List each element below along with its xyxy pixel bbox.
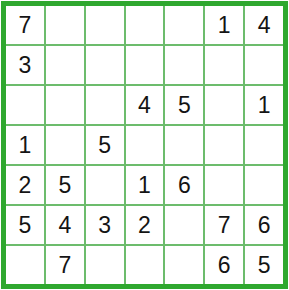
cell-r4c2[interactable] (46, 126, 84, 164)
cell-r7c7[interactable]: 5 (245, 246, 283, 284)
cell-r3c3[interactable] (86, 86, 124, 124)
cell-r5c4[interactable]: 1 (126, 166, 164, 204)
cell-r7c3[interactable] (86, 246, 124, 284)
cell-r1c6[interactable]: 1 (205, 6, 243, 44)
cell-r4c7[interactable] (245, 126, 283, 164)
cell-r4c6[interactable] (205, 126, 243, 164)
cell-r7c2[interactable]: 7 (46, 246, 84, 284)
cell-r6c5[interactable] (165, 206, 203, 244)
cell-r2c1[interactable]: 3 (6, 46, 44, 84)
cell-r1c7[interactable]: 4 (245, 6, 283, 44)
cell-r6c2[interactable]: 4 (46, 206, 84, 244)
board-grid: 7143451152516543276765 (1, 1, 288, 289)
cell-r1c5[interactable] (165, 6, 203, 44)
cell-r3c2[interactable] (46, 86, 84, 124)
cell-r3c5[interactable]: 5 (165, 86, 203, 124)
cell-r1c3[interactable] (86, 6, 124, 44)
cell-r5c5[interactable]: 6 (165, 166, 203, 204)
cell-r5c1[interactable]: 2 (6, 166, 44, 204)
cell-r2c7[interactable] (245, 46, 283, 84)
cell-r5c3[interactable] (86, 166, 124, 204)
cell-r1c4[interactable] (126, 6, 164, 44)
cell-r4c3[interactable]: 5 (86, 126, 124, 164)
cell-r5c7[interactable] (245, 166, 283, 204)
cell-r3c7[interactable]: 1 (245, 86, 283, 124)
cell-r6c7[interactable]: 6 (245, 206, 283, 244)
cell-r4c4[interactable] (126, 126, 164, 164)
cell-r6c6[interactable]: 7 (205, 206, 243, 244)
cell-r7c6[interactable]: 6 (205, 246, 243, 284)
cell-r7c1[interactable] (6, 246, 44, 284)
cell-r1c1[interactable]: 7 (6, 6, 44, 44)
cell-r3c6[interactable] (205, 86, 243, 124)
cell-r2c2[interactable] (46, 46, 84, 84)
cell-r5c6[interactable] (205, 166, 243, 204)
cell-r2c3[interactable] (86, 46, 124, 84)
cell-r3c1[interactable] (6, 86, 44, 124)
cell-r4c1[interactable]: 1 (6, 126, 44, 164)
cell-r1c2[interactable] (46, 6, 84, 44)
puzzle-board-container: 7143451152516543276765 (0, 0, 289, 290)
cell-r7c5[interactable] (165, 246, 203, 284)
cell-r5c2[interactable]: 5 (46, 166, 84, 204)
cell-r7c4[interactable] (126, 246, 164, 284)
cell-r4c5[interactable] (165, 126, 203, 164)
cell-r3c4[interactable]: 4 (126, 86, 164, 124)
cell-r2c5[interactable] (165, 46, 203, 84)
cell-r2c6[interactable] (205, 46, 243, 84)
cell-r6c1[interactable]: 5 (6, 206, 44, 244)
cell-r6c3[interactable]: 3 (86, 206, 124, 244)
cell-r6c4[interactable]: 2 (126, 206, 164, 244)
cell-r2c4[interactable] (126, 46, 164, 84)
